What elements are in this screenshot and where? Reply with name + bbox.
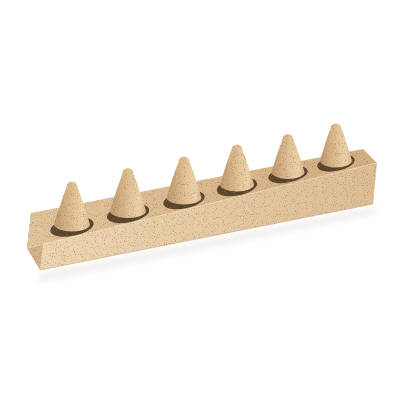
product-photo [0,0,400,400]
cork-cone-6 [320,124,352,168]
cork-cone-3 [167,157,202,205]
scene-canvas [0,0,400,400]
cork-cone-4 [220,145,254,192]
cork-cone-5 [272,134,305,179]
